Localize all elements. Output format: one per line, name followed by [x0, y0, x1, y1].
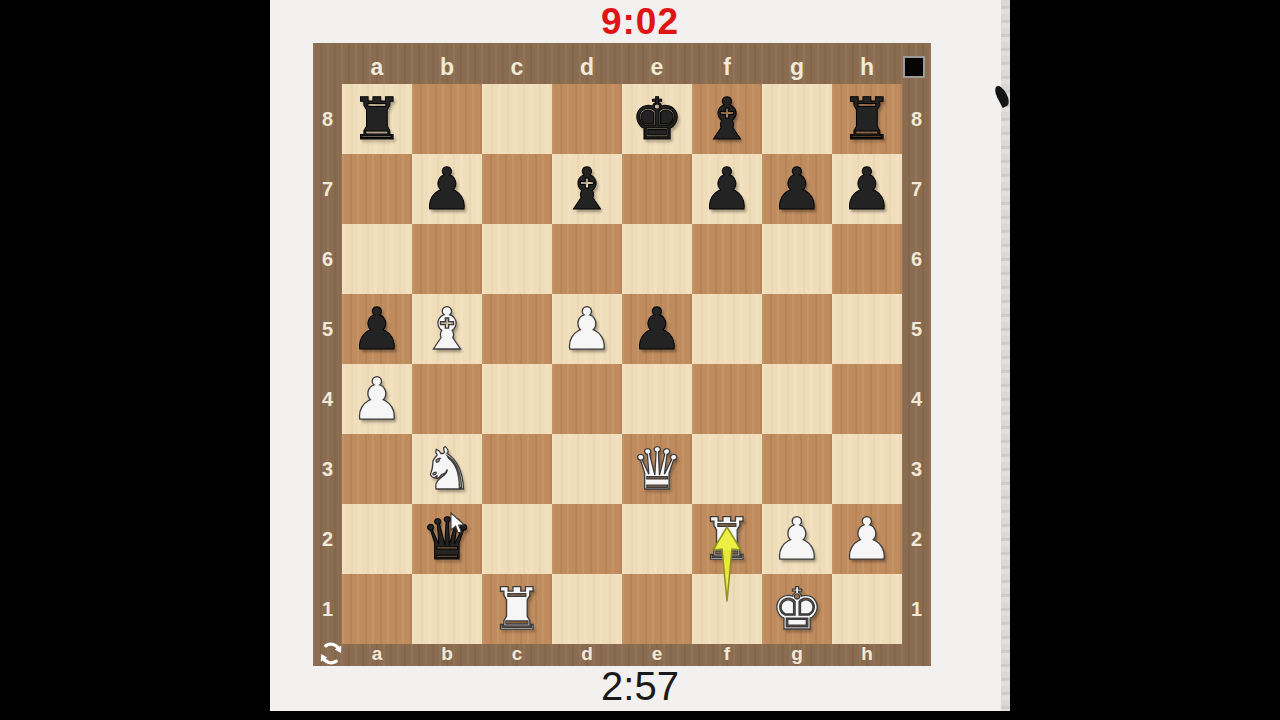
- piece-white-bishop-b5[interactable]: ♝: [421, 294, 473, 364]
- rank-label-right-4: 4: [902, 364, 931, 434]
- rank-label-left-2: 2: [313, 504, 342, 574]
- square-h1[interactable]: [832, 574, 902, 644]
- rank-label-left-3: 3: [313, 434, 342, 504]
- piece-black-bishop-f8[interactable]: ♝: [701, 84, 753, 154]
- square-g5[interactable]: [762, 294, 832, 364]
- file-label-top-c: c: [482, 52, 552, 82]
- piece-black-pawn-b7[interactable]: ♟: [421, 154, 473, 224]
- square-h2[interactable]: ♟: [832, 504, 902, 574]
- square-c3[interactable]: [482, 434, 552, 504]
- piece-white-rook-c1[interactable]: ♜: [491, 574, 543, 644]
- file-label-bottom-a: a: [342, 643, 412, 665]
- square-g2[interactable]: ♟: [762, 504, 832, 574]
- square-e1[interactable]: [622, 574, 692, 644]
- square-h5[interactable]: [832, 294, 902, 364]
- square-a2[interactable]: [342, 504, 412, 574]
- file-label-bottom-b: b: [412, 643, 482, 665]
- piece-black-queen-b2[interactable]: ♛: [421, 504, 473, 574]
- flip-board-button[interactable]: [318, 641, 344, 666]
- square-f1[interactable]: [692, 574, 762, 644]
- square-d4[interactable]: [552, 364, 622, 434]
- file-label-bottom-h: h: [832, 643, 902, 665]
- piece-white-queen-e3[interactable]: ♛: [631, 434, 683, 504]
- piece-black-rook-h8[interactable]: ♜: [841, 84, 893, 154]
- file-label-top-b: b: [412, 52, 482, 82]
- square-b2[interactable]: ♛: [412, 504, 482, 574]
- piece-black-pawn-a5[interactable]: ♟: [351, 294, 403, 364]
- file-label-top-h: h: [832, 52, 902, 82]
- rank-label-right-6: 6: [902, 224, 931, 294]
- square-c7[interactable]: [482, 154, 552, 224]
- square-b4[interactable]: [412, 364, 482, 434]
- square-f2[interactable]: ♜: [692, 504, 762, 574]
- square-h6[interactable]: [832, 224, 902, 294]
- square-c4[interactable]: [482, 364, 552, 434]
- square-a3[interactable]: [342, 434, 412, 504]
- rank-label-right-5: 5: [902, 294, 931, 364]
- rank-label-left-5: 5: [313, 294, 342, 364]
- square-e7[interactable]: [622, 154, 692, 224]
- square-a4[interactable]: ♟: [342, 364, 412, 434]
- square-b8[interactable]: [412, 84, 482, 154]
- rank-label-left-4: 4: [313, 364, 342, 434]
- piece-black-pawn-g7[interactable]: ♟: [771, 154, 823, 224]
- piece-black-pawn-e5[interactable]: ♟: [631, 294, 683, 364]
- square-d2[interactable]: [552, 504, 622, 574]
- file-label-bottom-c: c: [482, 643, 552, 665]
- square-f3[interactable]: [692, 434, 762, 504]
- square-e3[interactable]: ♛: [622, 434, 692, 504]
- piece-white-knight-b3[interactable]: ♞: [421, 434, 473, 504]
- rank-label-left-8: 8: [313, 84, 342, 154]
- square-a6[interactable]: [342, 224, 412, 294]
- square-b7[interactable]: ♟: [412, 154, 482, 224]
- file-label-bottom-f: f: [692, 643, 762, 665]
- square-b3[interactable]: ♞: [412, 434, 482, 504]
- letterbox-bottom: [270, 711, 1010, 720]
- content-area: 9:02 2:57 ♜♚♝♜♟♝♟♟♟♟♝♟♟♟♞♛♛♜♟♟♜♚ aabbccd…: [270, 0, 1010, 711]
- square-f7[interactable]: ♟: [692, 154, 762, 224]
- square-b6[interactable]: [412, 224, 482, 294]
- bottom-clock: 2:57: [270, 664, 1010, 710]
- rank-label-right-1: 1: [902, 574, 931, 644]
- piece-black-rook-a8[interactable]: ♜: [351, 84, 403, 154]
- square-g3[interactable]: [762, 434, 832, 504]
- square-h4[interactable]: [832, 364, 902, 434]
- piece-white-pawn-g2[interactable]: ♟: [771, 504, 823, 574]
- board-grid: ♜♚♝♜♟♝♟♟♟♟♝♟♟♟♞♛♛♜♟♟♜♚: [342, 84, 902, 644]
- piece-white-pawn-h2[interactable]: ♟: [841, 504, 893, 574]
- rank-label-left-7: 7: [313, 154, 342, 224]
- top-clock: 9:02: [270, 1, 1010, 45]
- square-d5[interactable]: ♟: [552, 294, 622, 364]
- file-label-top-d: d: [552, 52, 622, 82]
- piece-white-pawn-d5[interactable]: ♟: [561, 294, 613, 364]
- square-b5[interactable]: ♝: [412, 294, 482, 364]
- piece-black-pawn-f7[interactable]: ♟: [701, 154, 753, 224]
- square-e8[interactable]: ♚: [622, 84, 692, 154]
- piece-white-pawn-a4[interactable]: ♟: [351, 364, 403, 434]
- square-c2[interactable]: [482, 504, 552, 574]
- file-label-bottom-e: e: [622, 643, 692, 665]
- square-e5[interactable]: ♟: [622, 294, 692, 364]
- piece-black-king-e8[interactable]: ♚: [631, 84, 683, 154]
- square-c6[interactable]: [482, 224, 552, 294]
- square-c1[interactable]: ♜: [482, 574, 552, 644]
- square-e4[interactable]: [622, 364, 692, 434]
- square-g4[interactable]: [762, 364, 832, 434]
- square-f6[interactable]: [692, 224, 762, 294]
- file-label-top-e: e: [622, 52, 692, 82]
- side-to-move-indicator: [903, 56, 925, 78]
- rank-label-right-8: 8: [902, 84, 931, 154]
- rank-label-left-6: 6: [313, 224, 342, 294]
- square-a7[interactable]: [342, 154, 412, 224]
- square-f8[interactable]: ♝: [692, 84, 762, 154]
- square-f4[interactable]: [692, 364, 762, 434]
- square-d1[interactable]: [552, 574, 622, 644]
- rank-label-right-3: 3: [902, 434, 931, 504]
- piece-black-pawn-h7[interactable]: ♟: [841, 154, 893, 224]
- square-d3[interactable]: [552, 434, 622, 504]
- square-e2[interactable]: [622, 504, 692, 574]
- letterbox-left: [0, 0, 270, 720]
- square-b1[interactable]: [412, 574, 482, 644]
- square-g6[interactable]: [762, 224, 832, 294]
- piece-white-king-g1[interactable]: ♚: [771, 574, 823, 644]
- square-d8[interactable]: [552, 84, 622, 154]
- square-a8[interactable]: ♜: [342, 84, 412, 154]
- file-label-bottom-g: g: [762, 643, 832, 665]
- file-label-top-a: a: [342, 52, 412, 82]
- square-h3[interactable]: [832, 434, 902, 504]
- rank-label-left-1: 1: [313, 574, 342, 644]
- chess-board: ♜♚♝♜♟♝♟♟♟♟♝♟♟♟♞♛♛♜♟♟♜♚ aabbccddeeffgghh8…: [313, 43, 931, 666]
- flip-board-icon: [318, 641, 344, 666]
- video-frame: 9:02 2:57 ♜♚♝♜♟♝♟♟♟♟♝♟♟♟♞♛♛♜♟♟♜♚ aabbccd…: [0, 0, 1280, 720]
- square-e6[interactable]: [622, 224, 692, 294]
- square-f5[interactable]: [692, 294, 762, 364]
- rank-label-right-2: 2: [902, 504, 931, 574]
- file-label-top-g: g: [762, 52, 832, 82]
- square-g7[interactable]: ♟: [762, 154, 832, 224]
- square-g1[interactable]: ♚: [762, 574, 832, 644]
- piece-white-rook-f2[interactable]: ♜: [701, 504, 753, 574]
- square-g8[interactable]: [762, 84, 832, 154]
- square-a5[interactable]: ♟: [342, 294, 412, 364]
- square-c8[interactable]: [482, 84, 552, 154]
- file-label-top-f: f: [692, 52, 762, 82]
- letterbox-right: [1010, 0, 1280, 720]
- square-d7[interactable]: ♝: [552, 154, 622, 224]
- square-h8[interactable]: ♜: [832, 84, 902, 154]
- rank-label-right-7: 7: [902, 154, 931, 224]
- square-h7[interactable]: ♟: [832, 154, 902, 224]
- piece-black-bishop-d7[interactable]: ♝: [561, 154, 613, 224]
- square-d6[interactable]: [552, 224, 622, 294]
- square-a1[interactable]: [342, 574, 412, 644]
- square-c5[interactable]: [482, 294, 552, 364]
- file-label-bottom-d: d: [552, 643, 622, 665]
